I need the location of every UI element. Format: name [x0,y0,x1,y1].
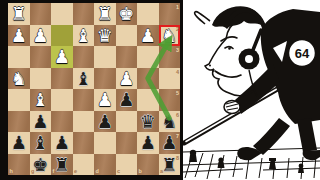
square-d3[interactable] [94,46,116,68]
chess-board[interactable]: ♜♜♚1♟♟♝♛♟♞2♟3♞♝♟4♝♟♟5♟♟♛♞6♟♝♟♟♟7h♚g♜fedc… [8,3,180,175]
square-g1[interactable] [30,3,52,25]
square-e7[interactable] [73,132,95,154]
square-b7[interactable]: ♟ [137,132,159,154]
square-d4[interactable] [94,68,116,90]
piece-white-pawn-g2[interactable]: ♟ [30,25,52,47]
square-f1[interactable] [51,3,73,25]
square-d8[interactable]: d [94,154,116,176]
square-h8[interactable]: h [8,154,30,176]
square-g2[interactable]: ♟ [30,25,52,47]
rank-label-3: 3 [176,47,179,53]
rank-label-8: 8 [176,155,179,161]
piece-black-pawn-f7[interactable]: ♟ [51,132,73,154]
rank-label-7: 7 [176,133,179,139]
square-g6[interactable]: ♟ [30,111,52,133]
square-b5[interactable] [137,89,159,111]
rank-label-5: 5 [176,90,179,96]
badge-number: 64 [295,46,310,61]
square-e4[interactable]: ♝ [73,68,95,90]
square-g3[interactable] [30,46,52,68]
square-a5[interactable]: 5 [159,89,181,111]
square-g7[interactable]: ♝ [30,132,52,154]
square-f7[interactable]: ♟ [51,132,73,154]
square-b1[interactable] [137,3,159,25]
rank-label-2: 2 [176,26,179,32]
square-a1[interactable]: 1 [159,3,181,25]
hair [212,6,263,29]
hair-curl [195,12,210,24]
square-a3[interactable]: 3 [159,46,181,68]
piece-white-rook-h1[interactable]: ♜ [8,3,30,25]
square-g8[interactable]: ♚g [30,154,52,176]
square-f2[interactable] [51,25,73,47]
square-b4[interactable] [137,68,159,90]
rank-label-4: 4 [176,69,179,75]
file-label-b: b [139,168,142,174]
piece-white-queen-d2[interactable]: ♛ [94,25,116,47]
piece-white-pawn-d5[interactable]: ♟ [94,89,116,111]
square-f5[interactable] [51,89,73,111]
piece-white-pawn-f3[interactable]: ♟ [51,46,73,68]
square-d7[interactable] [94,132,116,154]
square-c1[interactable]: ♚ [116,3,138,25]
piece-white-pawn-b2[interactable]: ♟ [137,25,159,47]
square-d5[interactable]: ♟ [94,89,116,111]
square-h7[interactable]: ♟ [8,132,30,154]
square-e3[interactable] [73,46,95,68]
file-label-a: a [160,168,163,174]
square-a2[interactable]: ♞2 [159,25,181,47]
piece-black-pawn-g6[interactable]: ♟ [30,111,52,133]
square-h5[interactable] [8,89,30,111]
piece-black-queen-b6[interactable]: ♛ [137,111,159,133]
square-f8[interactable]: ♜f [51,154,73,176]
piece-white-bishop-g5[interactable]: ♝ [30,89,52,111]
badge-64: 64 [289,40,316,67]
square-a7[interactable]: ♟7 [159,132,181,154]
piece-black-pawn-b7[interactable]: ♟ [137,132,159,154]
piece-black-pawn-c5[interactable]: ♟ [116,89,138,111]
square-f3[interactable]: ♟ [51,46,73,68]
square-e8[interactable]: e [73,154,95,176]
square-h3[interactable] [8,46,30,68]
file-label-c: c [117,168,120,174]
piece-white-king-c1[interactable]: ♚ [116,3,138,25]
square-c3[interactable] [116,46,138,68]
hand [224,101,240,114]
screenshot-root: ♜♜♚1♟♟♝♛♟♞2♟3♞♝♟4♝♟♟5♟♟♛♞6♟♝♟♟♟7h♚g♜fedc… [0,0,320,180]
square-g4[interactable] [30,68,52,90]
piece-white-pawn-c4[interactable]: ♟ [116,68,138,90]
square-c8[interactable]: c [116,154,138,176]
square-g5[interactable]: ♝ [30,89,52,111]
piece-white-bishop-e2[interactable]: ♝ [73,25,95,47]
square-a8[interactable]: ♜8a [159,154,181,176]
square-c4[interactable]: ♟ [116,68,138,90]
file-label-h: h [10,168,13,174]
piece-white-knight-h4[interactable]: ♞ [8,68,30,90]
jacket-body [261,9,320,124]
piece-black-bishop-e4[interactable]: ♝ [73,68,95,90]
file-label-d: d [96,168,99,174]
rank-label-1: 1 [176,4,179,10]
file-label-f: f [53,168,55,174]
square-c5[interactable]: ♟ [116,89,138,111]
square-c6[interactable] [116,111,138,133]
piece-white-rook-d1[interactable]: ♜ [94,3,116,25]
square-b6[interactable]: ♛ [137,111,159,133]
piece-black-pawn-d6[interactable]: ♟ [94,111,116,133]
square-h2[interactable]: ♟ [8,25,30,47]
file-label-g: g [31,168,34,174]
piece-black-bishop-g7[interactable]: ♝ [30,132,52,154]
square-f4[interactable] [51,68,73,90]
square-h4[interactable]: ♞ [8,68,30,90]
square-e5[interactable] [73,89,95,111]
square-h6[interactable] [8,111,30,133]
square-e6[interactable] [73,111,95,133]
piece-black-pawn-h7[interactable]: ♟ [8,132,30,154]
file-label-e: e [74,168,77,174]
square-c2[interactable] [116,25,138,47]
square-b8[interactable]: b [137,154,159,176]
cartoon-illustration: 64 [183,0,320,180]
board-photo-frame: ♜♜♚1♟♟♝♛♟♞2♟3♞♝♟4♝♟♟5♟♟♛♞6♟♝♟♟♟7h♚g♜fedc… [0,0,183,180]
piece-white-pawn-h2[interactable]: ♟ [8,25,30,47]
rank-label-6: 6 [176,112,179,118]
square-b2[interactable]: ♟ [137,25,159,47]
square-f6[interactable] [51,111,73,133]
square-h1[interactable]: ♜ [8,3,30,25]
square-a6[interactable]: ♞6 [159,111,181,133]
square-d6[interactable]: ♟ [94,111,116,133]
square-b3[interactable] [137,46,159,68]
square-d1[interactable]: ♜ [94,3,116,25]
square-d2[interactable]: ♛ [94,25,116,47]
legs [237,118,320,160]
cartoon-panel: 64 [183,0,320,180]
square-e1[interactable] [73,3,95,25]
square-e2[interactable]: ♝ [73,25,95,47]
square-c7[interactable] [116,132,138,154]
square-a4[interactable]: 4 [159,68,181,90]
